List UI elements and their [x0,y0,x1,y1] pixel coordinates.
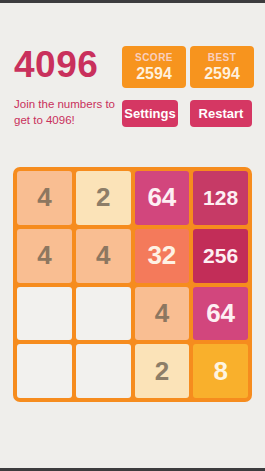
cell-r2c0 [17,287,72,341]
best-label: BEST [208,52,237,63]
cell-r0c0: 4 [17,171,72,225]
settings-button[interactable]: Settings [122,100,178,127]
cell-r1c2: 32 [135,229,190,283]
app-subtitle: Join the numbers to get to 4096! [14,97,122,129]
best-box: BEST 2594 [190,46,254,88]
cell-r0c3: 128 [193,171,248,225]
cell-r2c2: 4 [135,287,190,341]
cell-r3c3: 8 [193,344,248,398]
app-title: 4096 [14,44,98,86]
game-board[interactable]: 4 2 64 128 4 4 32 256 4 64 2 8 [13,167,252,402]
cell-r3c2: 2 [135,344,190,398]
score-box: SCORE 2594 [122,46,186,88]
cell-r1c3: 256 [193,229,248,283]
score-label: SCORE [135,52,173,63]
restart-button[interactable]: Restart [190,100,252,127]
cell-r3c0 [17,344,72,398]
score-value: 2594 [136,65,172,83]
cell-r0c1: 2 [76,171,131,225]
top-edge-bar [0,0,265,3]
cell-r2c1 [76,287,131,341]
cell-r1c1: 4 [76,229,131,283]
cell-r0c2: 64 [135,171,190,225]
best-value: 2594 [204,65,240,83]
cell-r1c0: 4 [17,229,72,283]
cell-r3c1 [76,344,131,398]
cell-r2c3: 64 [193,287,248,341]
